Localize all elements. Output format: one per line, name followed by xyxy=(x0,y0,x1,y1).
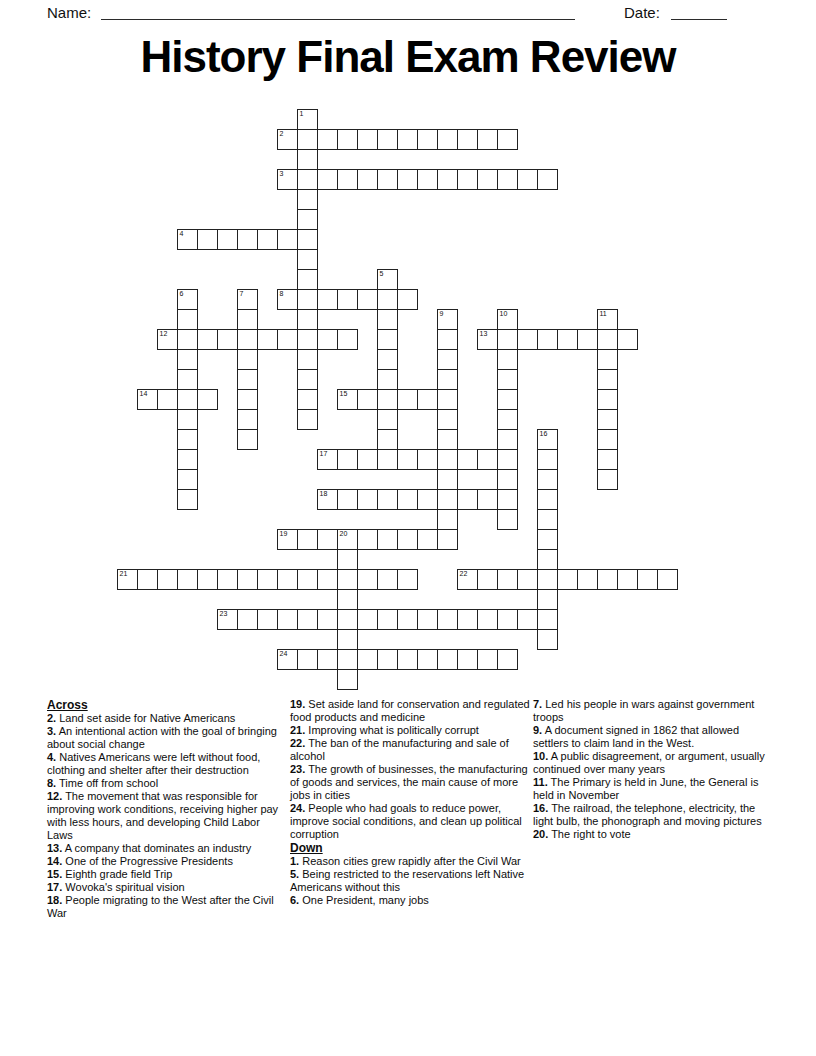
grid-cell[interactable] xyxy=(237,569,258,590)
grid-cell[interactable] xyxy=(297,269,318,290)
grid-cell[interactable] xyxy=(497,389,518,410)
grid-cell[interactable] xyxy=(337,449,358,470)
grid-cell[interactable] xyxy=(377,449,398,470)
grid-cell[interactable] xyxy=(357,169,378,190)
grid-cell[interactable] xyxy=(437,409,458,430)
grid-cell[interactable]: 9 xyxy=(437,309,458,330)
grid-cell[interactable] xyxy=(297,249,318,270)
grid-cell[interactable]: 20 xyxy=(337,529,358,550)
grid-cell[interactable] xyxy=(337,649,358,670)
grid-cell[interactable] xyxy=(437,649,458,670)
grid-cell[interactable] xyxy=(497,449,518,470)
clue-item-across-17: 17. Wovoka's spiritual vision xyxy=(47,881,287,894)
cell-number: 19 xyxy=(280,530,288,538)
clue-item-down-9: 9. A document signed in 1862 that allowe… xyxy=(533,724,773,750)
grid-cell[interactable] xyxy=(297,369,318,390)
cell-number: 21 xyxy=(120,570,128,578)
clue-item-down-5: 5. Being restricted to the reservations … xyxy=(290,868,530,894)
clue-number: 15. xyxy=(47,868,62,880)
grid-cell[interactable] xyxy=(537,569,558,590)
grid-cell[interactable] xyxy=(437,389,458,410)
grid-cell[interactable] xyxy=(237,389,258,410)
grid-cell[interactable] xyxy=(657,569,678,590)
grid-cell[interactable] xyxy=(557,569,578,590)
clue-item-down-16: 16. The railroad, the telephone, electri… xyxy=(533,802,773,828)
grid-cell[interactable] xyxy=(357,609,378,630)
clue-item-across-14: 14. One of the Progressive Presidents xyxy=(47,855,287,868)
clue-number: 19. xyxy=(290,698,305,710)
cell-number: 24 xyxy=(280,650,288,658)
grid-cell[interactable]: 12 xyxy=(157,329,178,350)
grid-cell[interactable] xyxy=(617,569,638,590)
grid-cell[interactable] xyxy=(457,489,478,510)
grid-cell[interactable] xyxy=(177,309,198,330)
grid-cell[interactable]: 19 xyxy=(277,529,298,550)
grid-cell[interactable] xyxy=(577,329,598,350)
grid-cell[interactable] xyxy=(377,169,398,190)
grid-cell[interactable] xyxy=(357,649,378,670)
clue-item-across-24: 24. People who had goals to reduce power… xyxy=(290,802,530,841)
grid-cell[interactable] xyxy=(337,609,358,630)
grid-cell[interactable] xyxy=(597,469,618,490)
grid-cell[interactable] xyxy=(377,289,398,310)
clue-text: The Primary is held in June, the General… xyxy=(533,776,758,801)
grid-cell[interactable] xyxy=(337,589,358,610)
grid-cell[interactable] xyxy=(377,649,398,670)
grid-cell[interactable] xyxy=(357,529,378,550)
grid-cell[interactable] xyxy=(457,129,478,150)
grid-cell[interactable] xyxy=(397,609,418,630)
grid-cell[interactable] xyxy=(277,329,298,350)
grid-cell[interactable] xyxy=(457,449,478,470)
grid-cell[interactable] xyxy=(437,129,458,150)
grid-cell[interactable] xyxy=(317,569,338,590)
cell-number: 7 xyxy=(240,290,244,298)
grid-cell[interactable] xyxy=(177,569,198,590)
grid-cell[interactable] xyxy=(177,469,198,490)
grid-cell[interactable] xyxy=(597,449,618,470)
grid-cell[interactable] xyxy=(597,329,618,350)
cell-number: 12 xyxy=(160,330,168,338)
grid-cell[interactable] xyxy=(537,449,558,470)
grid-cell[interactable] xyxy=(477,569,498,590)
grid-cell[interactable] xyxy=(517,169,538,190)
grid-cell[interactable] xyxy=(597,389,618,410)
cell-number: 10 xyxy=(500,310,508,318)
grid-cell[interactable] xyxy=(177,369,198,390)
grid-cell[interactable] xyxy=(437,609,458,630)
grid-cell[interactable] xyxy=(237,349,258,370)
grid-cell[interactable] xyxy=(177,409,198,430)
date-blank-line[interactable] xyxy=(671,19,727,20)
clue-item-down-6: 6. One President, many jobs xyxy=(290,894,530,907)
grid-cell[interactable] xyxy=(517,609,538,630)
grid-cell[interactable] xyxy=(537,589,558,610)
clue-text: Set aside land for conservation and regu… xyxy=(290,698,530,723)
worksheet-page: { "game": "crossword", "header": { "name… xyxy=(0,0,816,1056)
grid-cell[interactable]: 3 xyxy=(277,169,298,190)
clue-number: 8. xyxy=(47,777,56,789)
grid-cell[interactable]: 21 xyxy=(117,569,138,590)
grid-cell[interactable] xyxy=(477,169,498,190)
grid-cell[interactable] xyxy=(257,329,278,350)
grid-cell[interactable] xyxy=(397,529,418,550)
grid-cell[interactable] xyxy=(377,489,398,510)
cell-number: 22 xyxy=(460,570,468,578)
grid-cell[interactable]: 23 xyxy=(217,609,238,630)
grid-cell[interactable] xyxy=(297,289,318,310)
grid-cell[interactable] xyxy=(497,369,518,390)
grid-cell[interactable] xyxy=(417,389,438,410)
grid-cell[interactable]: 7 xyxy=(237,289,258,310)
grid-cell[interactable] xyxy=(257,609,278,630)
grid-cell[interactable] xyxy=(157,569,178,590)
grid-cell[interactable] xyxy=(277,229,298,250)
grid-cell[interactable] xyxy=(597,409,618,430)
grid-cell[interactable] xyxy=(537,169,558,190)
grid-cell[interactable]: 1 xyxy=(297,109,318,130)
grid-cell[interactable] xyxy=(437,529,458,550)
grid-cell[interactable] xyxy=(337,169,358,190)
grid-cell[interactable]: 13 xyxy=(477,329,498,350)
grid-cell[interactable] xyxy=(197,569,218,590)
grid-cell[interactable] xyxy=(337,489,358,510)
grid-cell[interactable] xyxy=(297,129,318,150)
grid-cell[interactable] xyxy=(597,349,618,370)
grid-cell[interactable] xyxy=(297,189,318,210)
grid-cell[interactable] xyxy=(537,489,558,510)
grid-cell[interactable] xyxy=(197,329,218,350)
clue-number: 12. xyxy=(47,790,62,802)
grid-cell[interactable] xyxy=(357,129,378,150)
grid-cell[interactable] xyxy=(317,609,338,630)
grid-cell[interactable] xyxy=(217,329,238,350)
grid-cell[interactable] xyxy=(257,569,278,590)
grid-cell[interactable] xyxy=(457,649,478,670)
grid-cell[interactable] xyxy=(237,609,258,630)
clue-text: The right to vote xyxy=(548,828,630,840)
grid-cell[interactable] xyxy=(317,129,338,150)
grid-cell[interactable] xyxy=(437,329,458,350)
grid-cell[interactable] xyxy=(457,609,478,630)
clue-number: 17. xyxy=(47,881,62,893)
grid-cell[interactable]: 5 xyxy=(377,269,398,290)
clue-text: One President, many jobs xyxy=(299,894,429,906)
grid-cell[interactable] xyxy=(437,489,458,510)
grid-cell[interactable] xyxy=(277,569,298,590)
cell-number: 23 xyxy=(220,610,228,618)
grid-cell[interactable] xyxy=(157,389,178,410)
grid-cell[interactable] xyxy=(177,389,198,410)
grid-cell[interactable] xyxy=(437,509,458,530)
grid-cell[interactable] xyxy=(337,549,358,570)
clue-text: People migrating to the West after the C… xyxy=(47,894,274,919)
grid-cell[interactable] xyxy=(537,329,558,350)
grid-cell[interactable] xyxy=(497,469,518,490)
grid-cell[interactable] xyxy=(397,449,418,470)
grid-cell[interactable] xyxy=(417,129,438,150)
grid-cell[interactable] xyxy=(297,389,318,410)
grid-cell[interactable] xyxy=(177,489,198,510)
grid-cell[interactable] xyxy=(297,169,318,190)
grid-cell[interactable] xyxy=(537,509,558,530)
clue-text: Reason cities grew rapidly after the Civ… xyxy=(299,855,521,867)
grid-cell[interactable] xyxy=(377,429,398,450)
grid-cell[interactable] xyxy=(577,569,598,590)
cell-number: 3 xyxy=(280,170,284,178)
grid-cell[interactable] xyxy=(477,649,498,670)
cell-number: 11 xyxy=(600,310,607,318)
grid-cell[interactable] xyxy=(497,649,518,670)
grid-cell[interactable]: 17 xyxy=(317,449,338,470)
grid-cell[interactable] xyxy=(377,389,398,410)
clue-text: A document signed in 1862 that allowed s… xyxy=(533,724,739,749)
clue-item-across-8: 8. Time off from school xyxy=(47,777,287,790)
grid-cell[interactable] xyxy=(357,489,378,510)
down-header: Down xyxy=(290,841,530,855)
grid-cell[interactable] xyxy=(437,169,458,190)
clue-item-across-15: 15. Eighth grade field Trip xyxy=(47,868,287,881)
grid-cell[interactable] xyxy=(337,129,358,150)
clue-text: A public disagreement, or argument, usua… xyxy=(533,750,765,775)
grid-cell[interactable] xyxy=(497,349,518,370)
grid-cell[interactable] xyxy=(617,329,638,350)
grid-cell[interactable] xyxy=(477,449,498,470)
grid-cell[interactable] xyxy=(437,449,458,470)
grid-cell[interactable] xyxy=(297,569,318,590)
clue-number: 14. xyxy=(47,855,62,867)
grid-cell[interactable] xyxy=(357,289,378,310)
clue-number: 22. xyxy=(290,737,305,749)
grid-cell[interactable] xyxy=(257,229,278,250)
grid-cell[interactable]: 10 xyxy=(497,309,518,330)
clue-item-across-12: 12. The movement that was responsible fo… xyxy=(47,790,287,842)
grid-cell[interactable]: 14 xyxy=(137,389,158,410)
grid-cell[interactable] xyxy=(417,449,438,470)
grid-cell[interactable] xyxy=(497,409,518,430)
grid-cell[interactable]: 2 xyxy=(277,129,298,150)
grid-cell[interactable] xyxy=(397,129,418,150)
clue-item-across-2: 2. Land set aside for Native Americans xyxy=(47,712,287,725)
grid-cell[interactable] xyxy=(517,329,538,350)
name-label: Name: xyxy=(47,4,91,21)
grid-cell[interactable] xyxy=(297,609,318,630)
grid-cell[interactable] xyxy=(337,629,358,650)
grid-cell[interactable] xyxy=(397,289,418,310)
clue-text: One of the Progressive Presidents xyxy=(62,855,233,867)
grid-cell[interactable]: 22 xyxy=(457,569,478,590)
grid-cell[interactable]: 6 xyxy=(177,289,198,310)
grid-cell[interactable] xyxy=(317,169,338,190)
clue-item-across-19: 19. Set aside land for conservation and … xyxy=(290,698,530,724)
grid-cell[interactable] xyxy=(417,489,438,510)
grid-cell[interactable] xyxy=(337,289,358,310)
grid-cell[interactable] xyxy=(397,569,418,590)
grid-cell[interactable] xyxy=(417,529,438,550)
clue-number: 5. xyxy=(290,868,299,880)
clue-text: The ban of the manufacturing and sale of… xyxy=(290,737,509,762)
grid-cell[interactable] xyxy=(197,389,218,410)
grid-cell[interactable] xyxy=(297,229,318,250)
grid-cell[interactable] xyxy=(317,649,338,670)
grid-cell[interactable] xyxy=(537,469,558,490)
grid-cell[interactable]: 11 xyxy=(597,309,618,330)
name-blank-line[interactable] xyxy=(101,19,575,20)
clue-text: The movement that was responsible for im… xyxy=(47,790,278,841)
grid-cell[interactable] xyxy=(237,329,258,350)
grid-cell[interactable] xyxy=(217,569,238,590)
clue-item-down-7: 7. Led his people in wars against govern… xyxy=(533,698,773,724)
clue-text: The railroad, the telephone, electricity… xyxy=(533,802,762,827)
grid-cell[interactable] xyxy=(477,609,498,630)
grid-cell[interactable] xyxy=(497,129,518,150)
grid-cell[interactable] xyxy=(317,289,338,310)
clue-text: A company that dominates an industry xyxy=(62,842,251,854)
grid-cell[interactable] xyxy=(297,329,318,350)
grid-cell[interactable] xyxy=(177,449,198,470)
clue-number: 23. xyxy=(290,763,305,775)
grid-cell[interactable] xyxy=(237,409,258,430)
grid-cell[interactable] xyxy=(377,329,398,350)
clue-number: 9. xyxy=(533,724,542,736)
grid-cell[interactable] xyxy=(497,429,518,450)
clue-number: 13. xyxy=(47,842,62,854)
grid-cell[interactable] xyxy=(297,309,318,330)
grid-cell[interactable] xyxy=(497,509,518,530)
across-header: Across xyxy=(47,698,287,712)
grid-cell[interactable] xyxy=(437,349,458,370)
clue-item-across-18: 18. People migrating to the West after t… xyxy=(47,894,287,920)
cell-number: 5 xyxy=(380,270,384,278)
grid-cell[interactable] xyxy=(477,489,498,510)
grid-cell[interactable] xyxy=(497,569,518,590)
clue-text: The growth of businesses, the manufactur… xyxy=(290,763,528,801)
grid-cell[interactable] xyxy=(437,429,458,450)
grid-cell[interactable] xyxy=(537,549,558,570)
grid-cell[interactable] xyxy=(337,569,358,590)
grid-cell[interactable] xyxy=(297,149,318,170)
grid-cell[interactable] xyxy=(377,129,398,150)
clue-number: 11. xyxy=(533,776,548,788)
grid-cell[interactable] xyxy=(377,569,398,590)
grid-cell[interactable] xyxy=(597,429,618,450)
grid-cell[interactable] xyxy=(497,169,518,190)
grid-cell[interactable] xyxy=(377,349,398,370)
clue-text: Time off from school xyxy=(56,777,158,789)
grid-cell[interactable] xyxy=(437,469,458,490)
clue-item-across-4: 4. Natives Americans were left without f… xyxy=(47,751,287,777)
grid-cell[interactable] xyxy=(517,569,538,590)
grid-cell[interactable] xyxy=(177,349,198,370)
grid-cell[interactable] xyxy=(597,569,618,590)
grid-cell[interactable] xyxy=(397,169,418,190)
grid-cell[interactable]: 16 xyxy=(537,429,558,450)
grid-cell[interactable] xyxy=(357,449,378,470)
grid-cell[interactable] xyxy=(237,369,258,390)
grid-cell[interactable] xyxy=(337,669,358,690)
grid-cell[interactable]: 18 xyxy=(317,489,338,510)
grid-cell[interactable] xyxy=(437,369,458,390)
grid-cell[interactable] xyxy=(417,609,438,630)
grid-cell[interactable] xyxy=(317,329,338,350)
grid-cell[interactable] xyxy=(357,389,378,410)
grid-cell[interactable] xyxy=(377,369,398,390)
clue-text: Eighth grade field Trip xyxy=(62,868,172,880)
grid-cell[interactable] xyxy=(377,409,398,430)
grid-cell[interactable] xyxy=(397,389,418,410)
clue-text: An intentional action with the goal of b… xyxy=(47,725,277,750)
cell-number: 2 xyxy=(280,130,284,138)
grid-cell[interactable] xyxy=(177,329,198,350)
grid-cell[interactable] xyxy=(497,329,518,350)
clue-number: 16. xyxy=(533,802,548,814)
grid-cell[interactable] xyxy=(597,369,618,390)
grid-cell[interactable] xyxy=(537,529,558,550)
grid-cell[interactable] xyxy=(357,569,378,590)
clue-text: Being restricted to the reservations lef… xyxy=(290,868,524,893)
clue-text: Land set aside for Native Americans xyxy=(56,712,235,724)
cell-number: 14 xyxy=(140,390,148,398)
grid-cell[interactable] xyxy=(197,229,218,250)
grid-cell[interactable] xyxy=(297,349,318,370)
cell-number: 6 xyxy=(180,290,184,298)
grid-cell[interactable] xyxy=(297,529,318,550)
grid-cell[interactable] xyxy=(497,609,518,630)
grid-cell[interactable] xyxy=(317,529,338,550)
grid-cell[interactable] xyxy=(637,569,658,590)
grid-cell[interactable] xyxy=(417,649,438,670)
grid-cell[interactable] xyxy=(537,609,558,630)
clue-number: 10. xyxy=(533,750,548,762)
grid-cell[interactable] xyxy=(377,309,398,330)
grid-cell[interactable] xyxy=(277,609,298,630)
grid-cell[interactable] xyxy=(457,169,478,190)
clue-item-down-10: 10. A public disagreement, or argument, … xyxy=(533,750,773,776)
grid-cell[interactable] xyxy=(337,329,358,350)
grid-cell[interactable] xyxy=(137,569,158,590)
grid-cell[interactable] xyxy=(477,129,498,150)
cell-number: 18 xyxy=(320,490,328,498)
grid-cell[interactable] xyxy=(297,209,318,230)
grid-cell[interactable]: 24 xyxy=(277,649,298,670)
clue-number: 2. xyxy=(47,712,56,724)
clue-number: 18. xyxy=(47,894,62,906)
grid-cell[interactable] xyxy=(297,649,318,670)
grid-cell[interactable]: 4 xyxy=(177,229,198,250)
grid-cell[interactable] xyxy=(377,609,398,630)
grid-cell[interactable] xyxy=(397,489,418,510)
grid-cell[interactable] xyxy=(237,309,258,330)
grid-cell[interactable] xyxy=(297,409,318,430)
grid-cell[interactable] xyxy=(397,649,418,670)
grid-cell[interactable] xyxy=(237,229,258,250)
clue-number: 24. xyxy=(290,802,305,814)
clue-text: Led his people in wars against governmen… xyxy=(533,698,754,723)
grid-cell[interactable] xyxy=(217,229,238,250)
clue-number: 4. xyxy=(47,751,56,763)
grid-cell[interactable] xyxy=(237,429,258,450)
grid-cell[interactable] xyxy=(537,629,558,650)
grid-cell[interactable] xyxy=(377,529,398,550)
grid-cell[interactable] xyxy=(497,489,518,510)
grid-cell[interactable] xyxy=(177,429,198,450)
grid-cell[interactable] xyxy=(557,329,578,350)
grid-cell[interactable]: 8 xyxy=(277,289,298,310)
grid-cell[interactable] xyxy=(417,169,438,190)
clue-item-down-20: 20. The right to vote xyxy=(533,828,773,841)
cell-number: 16 xyxy=(540,430,548,438)
grid-cell[interactable]: 15 xyxy=(337,389,358,410)
